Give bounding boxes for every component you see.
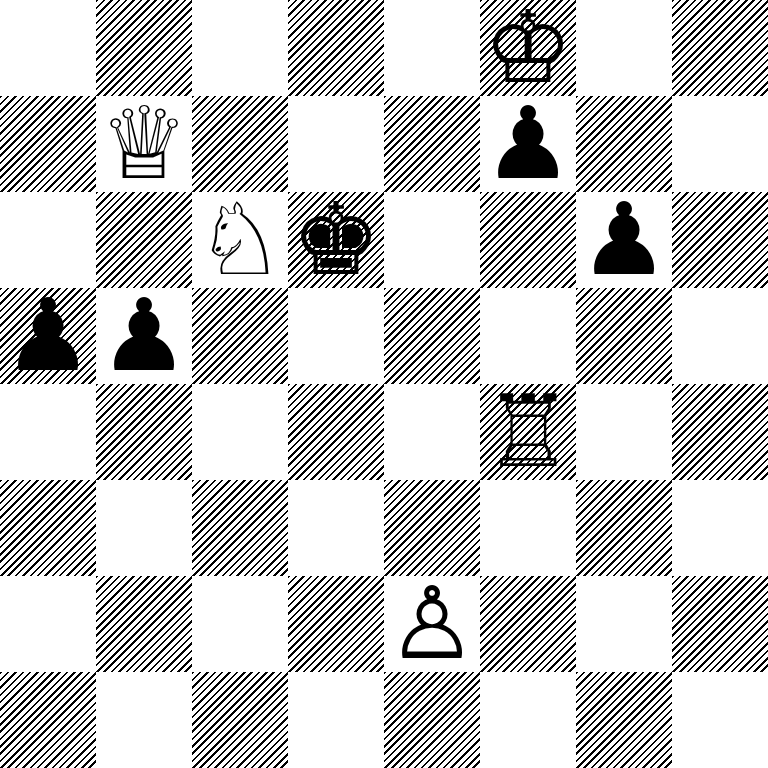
square-h6[interactable] [672,192,768,288]
square-c3[interactable] [192,480,288,576]
square-e5[interactable] [384,288,480,384]
square-d7[interactable] [288,96,384,192]
square-e6[interactable] [384,192,480,288]
piece-white-rook[interactable]: ♖ [483,384,573,480]
square-h1[interactable] [672,672,768,768]
square-b5[interactable]: ♟ [96,288,192,384]
piece-black-pawn[interactable]: ♟ [579,192,669,288]
square-h3[interactable] [672,480,768,576]
square-f4[interactable]: ♖ [480,384,576,480]
piece-black-pawn[interactable]: ♟ [3,288,93,384]
square-g2[interactable] [576,576,672,672]
square-a2[interactable] [0,576,96,672]
square-c6[interactable]: ♘ [192,192,288,288]
square-c2[interactable] [192,576,288,672]
square-a7[interactable] [0,96,96,192]
square-f5[interactable] [480,288,576,384]
square-b2[interactable] [96,576,192,672]
square-d2[interactable] [288,576,384,672]
piece-black-pawn[interactable]: ♟ [99,288,189,384]
square-h7[interactable] [672,96,768,192]
piece-black-pawn[interactable]: ♟ [483,96,573,192]
square-e1[interactable] [384,672,480,768]
square-e8[interactable] [384,0,480,96]
square-f3[interactable] [480,480,576,576]
piece-white-knight[interactable]: ♘ [195,192,285,288]
square-g5[interactable] [576,288,672,384]
square-b1[interactable] [96,672,192,768]
square-e3[interactable] [384,480,480,576]
square-h5[interactable] [672,288,768,384]
square-b7[interactable]: ♕ [96,96,192,192]
square-a6[interactable] [0,192,96,288]
square-g1[interactable] [576,672,672,768]
square-d3[interactable] [288,480,384,576]
square-a5[interactable]: ♟ [0,288,96,384]
square-c5[interactable] [192,288,288,384]
square-a4[interactable] [0,384,96,480]
square-e2[interactable]: ♙ [384,576,480,672]
piece-white-pawn[interactable]: ♙ [387,576,477,672]
square-f8[interactable]: ♔ [480,0,576,96]
square-e4[interactable] [384,384,480,480]
square-d8[interactable] [288,0,384,96]
square-d6[interactable]: ♚ [288,192,384,288]
square-h8[interactable] [672,0,768,96]
square-f6[interactable] [480,192,576,288]
square-g6[interactable]: ♟ [576,192,672,288]
square-g8[interactable] [576,0,672,96]
piece-black-king[interactable]: ♚ [291,192,381,288]
square-d4[interactable] [288,384,384,480]
square-g4[interactable] [576,384,672,480]
square-g3[interactable] [576,480,672,576]
square-b8[interactable] [96,0,192,96]
piece-white-queen[interactable]: ♕ [99,96,189,192]
square-a1[interactable] [0,672,96,768]
square-c4[interactable] [192,384,288,480]
square-a3[interactable] [0,480,96,576]
square-f2[interactable] [480,576,576,672]
square-d5[interactable] [288,288,384,384]
square-b3[interactable] [96,480,192,576]
square-c7[interactable] [192,96,288,192]
square-b4[interactable] [96,384,192,480]
square-c1[interactable] [192,672,288,768]
square-h4[interactable] [672,384,768,480]
square-f1[interactable] [480,672,576,768]
square-a8[interactable] [0,0,96,96]
square-b6[interactable] [96,192,192,288]
square-h2[interactable] [672,576,768,672]
square-e7[interactable] [384,96,480,192]
square-d1[interactable] [288,672,384,768]
piece-white-king[interactable]: ♔ [483,0,573,96]
chess-board: ♔♕♟♘♚♟♟♟♖♙ [0,0,768,768]
square-c8[interactable] [192,0,288,96]
square-g7[interactable] [576,96,672,192]
square-f7[interactable]: ♟ [480,96,576,192]
